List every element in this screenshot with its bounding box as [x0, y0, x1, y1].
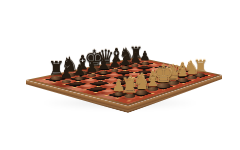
- chess-set-photo: ♜♞♝♛♚♝♞♜♟♟♟♟♟♟♟♟♟♟♟♟♟♟♟♟♜♞♝♛♚♝♞♜: [0, 0, 240, 150]
- board-border: [33, 58, 217, 104]
